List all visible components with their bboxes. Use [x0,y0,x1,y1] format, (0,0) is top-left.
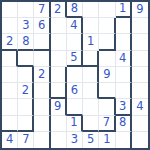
cell-r6c3[interactable] [34,83,50,99]
given-digit: 4 [6,134,13,146]
cell-r8c9[interactable] [132,116,148,132]
given-digit: 7 [38,4,45,16]
cell-r3c2[interactable]: 8 [18,34,34,50]
cell-r5c6[interactable] [83,67,99,83]
given-digit: 2 [54,4,61,16]
cell-r9c5[interactable]: 3 [67,132,83,148]
cell-r8c7[interactable]: 7 [99,116,115,132]
cell-r2c6[interactable] [83,18,99,34]
cell-r9c6[interactable]: 5 [83,132,99,148]
cell-r5c3[interactable]: 2 [34,67,50,83]
given-digit: 5 [70,52,77,64]
cell-r4c5[interactable]: 5 [67,51,83,67]
cell-r8c1[interactable] [2,116,18,132]
cell-r9c7[interactable]: 1 [99,132,115,148]
cell-r1c6[interactable] [83,2,99,18]
cell-r3c1[interactable]: 2 [2,34,18,50]
given-digit: 1 [87,36,94,48]
cell-r1c9[interactable]: 9 [132,2,148,18]
cell-r8c3[interactable] [34,116,50,132]
cell-r1c1[interactable] [2,2,18,18]
cell-r2c5[interactable]: 4 [67,18,83,34]
cell-r6c8[interactable] [116,83,132,99]
cell-r2c2[interactable]: 3 [18,18,34,34]
cell-r3c9[interactable] [132,34,148,50]
cell-r5c1[interactable] [2,67,18,83]
given-digit: 9 [103,69,110,81]
cell-r5c5[interactable] [67,67,83,83]
given-digit: 2 [38,69,45,81]
jigsaw-sudoku-screenshot: 7281936428154292693417847351 [0,0,150,150]
cell-r4c6[interactable] [83,51,99,67]
cell-r9c1[interactable]: 4 [2,132,18,148]
cell-r7c5[interactable] [67,99,83,115]
given-digit: 9 [136,4,143,16]
cell-r6c7[interactable] [99,83,115,99]
cell-r9c4[interactable] [51,132,67,148]
cell-r9c9[interactable] [132,132,148,148]
given-digit: 6 [38,20,45,32]
cell-r3c8[interactable] [116,34,132,50]
cell-r4c7[interactable] [99,51,115,67]
cell-r2c9[interactable] [132,18,148,34]
given-digit: 8 [22,36,29,48]
cell-r7c6[interactable] [83,99,99,115]
given-digit: 4 [136,101,143,113]
cell-r5c2[interactable] [18,67,34,83]
cell-r1c5[interactable]: 8 [67,2,83,18]
sudoku-board: 7281936428154292693417847351 [0,0,150,150]
given-digit: 1 [70,117,77,129]
cell-r1c7[interactable] [99,2,115,18]
cell-r3c3[interactable] [34,34,50,50]
cell-r3c4[interactable] [51,34,67,50]
given-digit: 1 [119,3,126,15]
cell-r8c2[interactable] [18,116,34,132]
cell-r1c4[interactable]: 2 [51,2,67,18]
cell-r9c2[interactable]: 7 [18,132,34,148]
cell-r9c3[interactable] [34,132,50,148]
given-digit: 7 [103,117,110,129]
given-digit: 2 [6,36,13,48]
cell-r4c9[interactable] [132,51,148,67]
cell-r3c5[interactable] [67,34,83,50]
given-digit: 4 [119,53,126,65]
cell-r5c7[interactable]: 9 [99,67,115,83]
cell-r6c2[interactable]: 2 [18,83,34,99]
cell-r2c3[interactable]: 6 [34,18,50,34]
given-digit: 6 [71,85,78,97]
cell-r5c9[interactable] [132,67,148,83]
cell-r2c1[interactable] [2,18,18,34]
cell-r6c4[interactable] [51,83,67,99]
cell-r5c8[interactable] [116,67,132,83]
cell-r2c8[interactable] [116,18,132,34]
cell-r3c7[interactable] [99,34,115,50]
given-digit: 3 [71,134,78,146]
cell-r7c9[interactable]: 4 [132,99,148,115]
cell-r7c4[interactable]: 9 [51,99,67,115]
cell-r6c1[interactable] [2,83,18,99]
cell-r5c4[interactable] [51,67,67,83]
cell-r8c8[interactable]: 8 [116,116,132,132]
cell-r1c8[interactable]: 1 [116,2,132,18]
given-digit: 3 [22,20,29,32]
cell-r4c4[interactable] [51,51,67,67]
cell-r1c2[interactable] [18,2,34,18]
given-digit: 3 [119,101,126,113]
cell-r8c6[interactable] [83,116,99,132]
cell-r9c8[interactable] [116,132,132,148]
cell-r8c5[interactable]: 1 [67,116,83,132]
given-digit: 8 [71,3,78,15]
cell-r7c3[interactable] [34,99,50,115]
given-digit: 2 [22,85,29,97]
cell-r4c3[interactable] [34,51,50,67]
cell-r3c6[interactable]: 1 [83,34,99,50]
cell-r7c2[interactable] [18,99,34,115]
cell-r2c4[interactable] [51,18,67,34]
cell-r1c3[interactable]: 7 [34,2,50,18]
cell-r6c5[interactable]: 6 [67,83,83,99]
cell-r6c6[interactable] [83,83,99,99]
cell-r7c8[interactable]: 3 [116,99,132,115]
cell-r4c1[interactable] [2,51,18,67]
given-digit: 1 [103,134,110,146]
given-digit: 4 [70,20,77,32]
given-digit: 7 [22,134,29,146]
cell-r4c2[interactable] [18,51,34,67]
given-digit: 9 [54,101,61,113]
cell-r2c7[interactable] [99,18,115,34]
cell-r8c4[interactable] [51,116,67,132]
cell-r6c9[interactable] [132,83,148,99]
cell-r7c7[interactable] [99,99,115,115]
cell-r4c8[interactable]: 4 [116,51,132,67]
cell-r7c1[interactable] [2,99,18,115]
given-digit: 5 [87,134,94,146]
given-digit: 8 [119,117,126,129]
